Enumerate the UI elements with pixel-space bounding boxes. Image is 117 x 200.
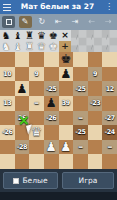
edit-position-button[interactable]: ✎: [19, 16, 32, 28]
eval-c5: =: [34, 99, 39, 107]
eval-g5: -23: [90, 99, 100, 107]
palette-white-bishop[interactable]: ♝: [12, 41, 24, 52]
palette-white-rook[interactable]: ♜: [24, 41, 36, 52]
square-g4[interactable]: [88, 111, 103, 126]
back-button[interactable]: ←: [85, 16, 98, 28]
square-c6[interactable]: [29, 81, 44, 96]
square-e7[interactable]: ♟: [59, 67, 74, 82]
palette-black-queen[interactable]: ♛: [35, 30, 47, 41]
square-a5[interactable]: 13: [0, 96, 15, 111]
square-c1[interactable]: [29, 154, 44, 169]
square-f1[interactable]: [73, 154, 88, 169]
bottom-bar: Белые Игра: [0, 169, 117, 200]
select-frame-button[interactable]: [2, 16, 15, 28]
square-h2[interactable]: =: [102, 140, 117, 155]
piece-black-pawn: ♟: [16, 82, 27, 96]
square-d5[interactable]: ♟: [44, 96, 59, 111]
palette-disabled-area: ∕∕∕∕∕∕: [71, 30, 117, 52]
eval-h4: -27: [105, 114, 115, 122]
square-e6[interactable]: [59, 81, 74, 96]
square-e8[interactable]: ♚: [59, 52, 74, 67]
game-button[interactable]: Игра: [62, 172, 114, 189]
bottom-shade: [0, 192, 117, 200]
square-g7[interactable]: 9: [88, 67, 103, 82]
chess-board-area: ♚109♟9♟-25-251213=♟39-2326-26=-27-26♛-25…: [0, 52, 117, 169]
square-g5[interactable]: -23: [88, 96, 103, 111]
eval-h6: 12: [106, 85, 114, 93]
square-c5[interactable]: =: [29, 96, 44, 111]
eval-e5: 39: [62, 99, 70, 107]
square-b8[interactable]: [15, 52, 30, 67]
square-e2[interactable]: ♟: [59, 140, 74, 155]
eval-f3: -25: [75, 128, 85, 136]
square-f3[interactable]: -25: [73, 125, 88, 140]
piece-palette: ♞♝♜♛♚×♞♝♜♛♚+ ∕∕∕∕∕∕: [0, 30, 117, 52]
eval-a7: 10: [3, 70, 11, 78]
menu-icon[interactable]: [3, 4, 11, 11]
square-a1[interactable]: [0, 154, 15, 169]
square-h3[interactable]: -24: [102, 125, 117, 140]
square-e5[interactable]: 39: [59, 96, 74, 111]
square-h8[interactable]: [102, 52, 117, 67]
palette-black-king[interactable]: ♚: [47, 30, 59, 41]
square-d4[interactable]: -26: [44, 111, 59, 126]
square-f4[interactable]: =: [73, 111, 88, 126]
overflow-menu-icon[interactable]: ⋮: [104, 0, 114, 14]
square-d1[interactable]: [44, 154, 59, 169]
square-d8[interactable]: [44, 52, 59, 67]
square-c8[interactable]: [29, 52, 44, 67]
square-a7[interactable]: 10: [0, 67, 15, 82]
piece-white-pawn: ♟: [46, 140, 57, 154]
white-square-icon: [13, 178, 19, 184]
square-c4[interactable]: [29, 111, 44, 126]
square-e4[interactable]: [59, 111, 74, 126]
eval-g7: 9: [93, 70, 97, 78]
eval-d4: -26: [46, 114, 56, 122]
piece-palette-grid: ♞♝♜♛♚×♞♝♜♛♚+: [0, 30, 71, 52]
eval-a3: -26: [2, 128, 12, 136]
piece-black-king: ♚: [60, 52, 71, 66]
square-e3[interactable]: [59, 125, 74, 140]
chess-board: ♚109♟9♟-25-251213=♟39-2326-26=-27-26♛-25…: [0, 52, 117, 169]
eval-d6: -25: [46, 85, 56, 93]
game-label: Игра: [79, 176, 98, 185]
go-start-button[interactable]: ⇤: [52, 16, 65, 28]
eval-f6: -25: [75, 85, 85, 93]
square-d7[interactable]: [44, 67, 59, 82]
square-a3[interactable]: -26: [0, 125, 15, 140]
square-f6[interactable]: -25: [73, 81, 88, 96]
faded-mark-icon: ∕: [76, 34, 78, 40]
square-h7[interactable]: [102, 67, 117, 82]
square-f2[interactable]: =: [73, 140, 88, 155]
faded-mark-icon: ∕: [91, 44, 93, 50]
white-side-button[interactable]: Белые: [3, 172, 58, 189]
square-h6[interactable]: 12: [102, 81, 117, 96]
square-h1[interactable]: [102, 154, 117, 169]
faded-mark-icon: ∕: [91, 34, 93, 40]
square-g6[interactable]: [88, 81, 103, 96]
palette-white-queen[interactable]: ♛: [35, 41, 47, 52]
square-c7[interactable]: 9: [29, 67, 44, 82]
square-b5[interactable]: [15, 96, 30, 111]
square-b1[interactable]: [15, 154, 30, 169]
palette-delete-piece[interactable]: ×: [59, 30, 71, 41]
palette-white-king[interactable]: ♚: [47, 41, 59, 52]
piece-black-pawn: ♟: [46, 96, 57, 110]
square-g1[interactable]: [88, 154, 103, 169]
square-b7[interactable]: [15, 67, 30, 82]
square-h4[interactable]: -27: [102, 111, 117, 126]
page-title: Мат белым за 27: [11, 0, 104, 14]
square-b2[interactable]: -28: [15, 140, 30, 155]
forward-button[interactable]: →: [102, 16, 115, 28]
square-a4[interactable]: [0, 111, 15, 126]
square-d3[interactable]: [44, 125, 59, 140]
square-f8[interactable]: [73, 52, 88, 67]
white-side-label: Белые: [22, 176, 47, 185]
square-d2[interactable]: ♟: [44, 140, 59, 155]
palette-black-rook[interactable]: ♜: [24, 30, 36, 41]
reset-button[interactable]: ↻: [35, 16, 48, 28]
palette-white-knight[interactable]: ♞: [0, 41, 12, 52]
square-g2[interactable]: [88, 140, 103, 155]
setup-toolbar: ✎↻⇤⇥←→: [0, 14, 117, 30]
square-e1[interactable]: [59, 154, 74, 169]
faded-mark-icon: ∕: [106, 34, 108, 40]
faded-mark-icon: ∕: [76, 44, 78, 50]
eval-f4: =: [78, 114, 83, 122]
square-b6[interactable]: ♟: [15, 81, 30, 96]
eval-a5: 13: [3, 99, 11, 107]
eval-h2: =: [107, 143, 112, 151]
square-d6[interactable]: -25: [44, 81, 59, 96]
palette-black-knight[interactable]: ♞: [0, 30, 12, 41]
square-g3[interactable]: [88, 125, 103, 140]
app-window: Мат белым за 27 ⋮ ✎↻⇤⇥←→ ♞♝♜♛♚×♞♝♜♛♚+ ∕∕…: [0, 0, 117, 200]
eval-f2: =: [78, 143, 83, 151]
eval-h3: -24: [105, 128, 115, 136]
square-c2[interactable]: [29, 140, 44, 155]
square-a8[interactable]: [0, 52, 15, 67]
piece-black-pawn: ♟: [60, 67, 71, 81]
piece-white-pawn: ♟: [60, 140, 71, 154]
square-f7[interactable]: [73, 67, 88, 82]
square-f5[interactable]: [73, 96, 88, 111]
go-end-button[interactable]: ⇥: [69, 16, 82, 28]
square-h5[interactable]: [102, 96, 117, 111]
eval-b2: -28: [17, 143, 27, 151]
square-a2[interactable]: [0, 140, 15, 155]
faded-mark-icon: ∕: [106, 44, 108, 50]
eval-c7: 9: [35, 70, 39, 78]
palette-black-bishop[interactable]: ♝: [12, 30, 24, 41]
square-g8[interactable]: [88, 52, 103, 67]
title-bar: Мат белым за 27 ⋮: [0, 0, 117, 14]
square-a6[interactable]: [0, 81, 15, 96]
